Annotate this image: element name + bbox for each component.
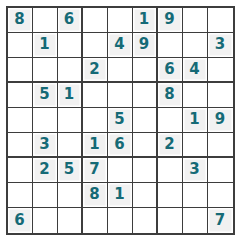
cell-r6c5[interactable]: 6 (108, 133, 133, 158)
cell-r1c7[interactable]: 9 (158, 8, 183, 33)
cell-r5c4[interactable] (83, 108, 108, 133)
cell-r1c4[interactable] (83, 8, 108, 33)
cell-r2c2[interactable]: 1 (33, 33, 58, 58)
cell-r7c4[interactable]: 7 (83, 158, 108, 183)
cell-r5c9[interactable]: 9 (208, 108, 233, 133)
cell-r7c1[interactable] (8, 158, 33, 183)
cell-r2c5[interactable]: 4 (108, 33, 133, 58)
cell-r4c6[interactable] (133, 83, 158, 108)
cell-r8c5[interactable]: 1 (108, 183, 133, 208)
cell-r5c3[interactable] (58, 108, 83, 133)
cell-r7c5[interactable] (108, 158, 133, 183)
cell-r8c6[interactable] (133, 183, 158, 208)
cell-r9c5[interactable] (108, 208, 133, 233)
cell-r1c6[interactable]: 1 (133, 8, 158, 33)
cell-r1c9[interactable] (208, 8, 233, 33)
cell-r3c6[interactable] (133, 58, 158, 83)
cell-r6c1[interactable] (8, 133, 33, 158)
cell-r3c4[interactable]: 2 (83, 58, 108, 83)
cell-r2c7[interactable] (158, 33, 183, 58)
cell-r2c4[interactable] (83, 33, 108, 58)
cell-r7c6[interactable] (133, 158, 158, 183)
cell-r6c3[interactable] (58, 133, 83, 158)
cell-r2c8[interactable] (183, 33, 208, 58)
cell-r5c7[interactable] (158, 108, 183, 133)
cell-r8c4[interactable]: 8 (83, 183, 108, 208)
cell-r1c2[interactable] (33, 8, 58, 33)
cell-r7c2[interactable]: 2 (33, 158, 58, 183)
cell-r5c2[interactable] (33, 108, 58, 133)
cell-r1c1[interactable]: 8 (8, 8, 33, 33)
cell-r5c6[interactable] (133, 108, 158, 133)
cell-r3c8[interactable]: 4 (183, 58, 208, 83)
cell-r6c2[interactable]: 3 (33, 133, 58, 158)
cell-r4c2[interactable]: 5 (33, 83, 58, 108)
cell-r8c3[interactable] (58, 183, 83, 208)
cell-r8c7[interactable] (158, 183, 183, 208)
cell-r2c1[interactable] (8, 33, 33, 58)
cell-r5c1[interactable] (8, 108, 33, 133)
cell-r9c8[interactable] (183, 208, 208, 233)
cell-r6c7[interactable]: 2 (158, 133, 183, 158)
cell-r7c3[interactable]: 5 (58, 158, 83, 183)
cell-r1c8[interactable] (183, 8, 208, 33)
cell-r6c6[interactable] (133, 133, 158, 158)
cell-r3c1[interactable] (8, 58, 33, 83)
cell-r9c3[interactable] (58, 208, 83, 233)
cell-r9c4[interactable] (83, 208, 108, 233)
cell-r3c9[interactable] (208, 58, 233, 83)
cell-r3c2[interactable] (33, 58, 58, 83)
cell-r4c8[interactable] (183, 83, 208, 108)
cell-r4c1[interactable] (8, 83, 33, 108)
cell-r4c9[interactable] (208, 83, 233, 108)
cell-r3c7[interactable]: 6 (158, 58, 183, 83)
cell-r8c2[interactable] (33, 183, 58, 208)
cell-r9c6[interactable] (133, 208, 158, 233)
cell-r5c5[interactable]: 5 (108, 108, 133, 133)
cell-r6c4[interactable]: 1 (83, 133, 108, 158)
cell-r4c7[interactable]: 8 (158, 83, 183, 108)
cell-r2c6[interactable]: 9 (133, 33, 158, 58)
cell-r4c4[interactable] (83, 83, 108, 108)
cell-r7c8[interactable]: 3 (183, 158, 208, 183)
cell-r7c9[interactable] (208, 158, 233, 183)
cell-r9c7[interactable] (158, 208, 183, 233)
cell-r3c5[interactable] (108, 58, 133, 83)
sudoku-board: 86191493264518519316225738167 (6, 6, 235, 235)
cell-r1c5[interactable] (108, 8, 133, 33)
cell-r8c9[interactable] (208, 183, 233, 208)
cell-r3c3[interactable] (58, 58, 83, 83)
cell-r4c5[interactable] (108, 83, 133, 108)
cell-r8c8[interactable] (183, 183, 208, 208)
cell-r8c1[interactable] (8, 183, 33, 208)
cell-r9c9[interactable]: 7 (208, 208, 233, 233)
cell-r5c8[interactable]: 1 (183, 108, 208, 133)
cell-r4c3[interactable]: 1 (58, 83, 83, 108)
cell-r6c9[interactable] (208, 133, 233, 158)
cell-r6c8[interactable] (183, 133, 208, 158)
cell-r1c3[interactable]: 6 (58, 8, 83, 33)
cell-r2c9[interactable]: 3 (208, 33, 233, 58)
cell-r9c2[interactable] (33, 208, 58, 233)
cell-r2c3[interactable] (58, 33, 83, 58)
cell-r9c1[interactable]: 6 (8, 208, 33, 233)
cell-r7c7[interactable] (158, 158, 183, 183)
sudoku-widget: 86191493264518519316225738167 (0, 0, 240, 240)
